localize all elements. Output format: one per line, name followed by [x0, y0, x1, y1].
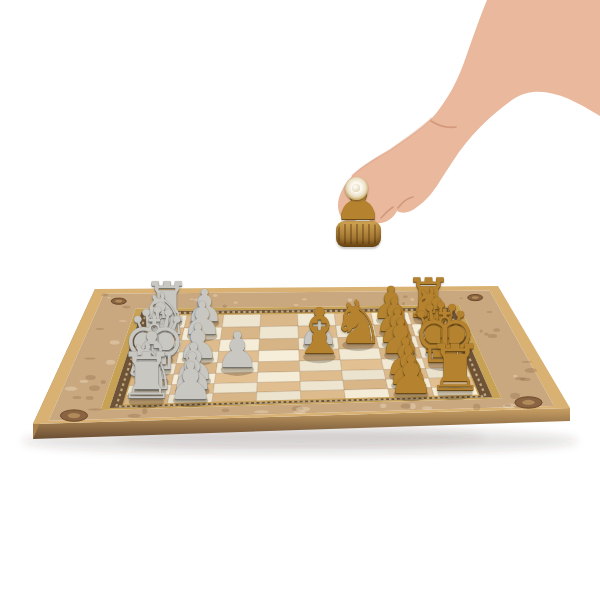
photo-stage: Angled photo of a Greco-Roman themed che… [0, 0, 600, 600]
hand-overlay [0, 0, 600, 600]
hand [338, 0, 600, 223]
fingernail [343, 209, 351, 219]
